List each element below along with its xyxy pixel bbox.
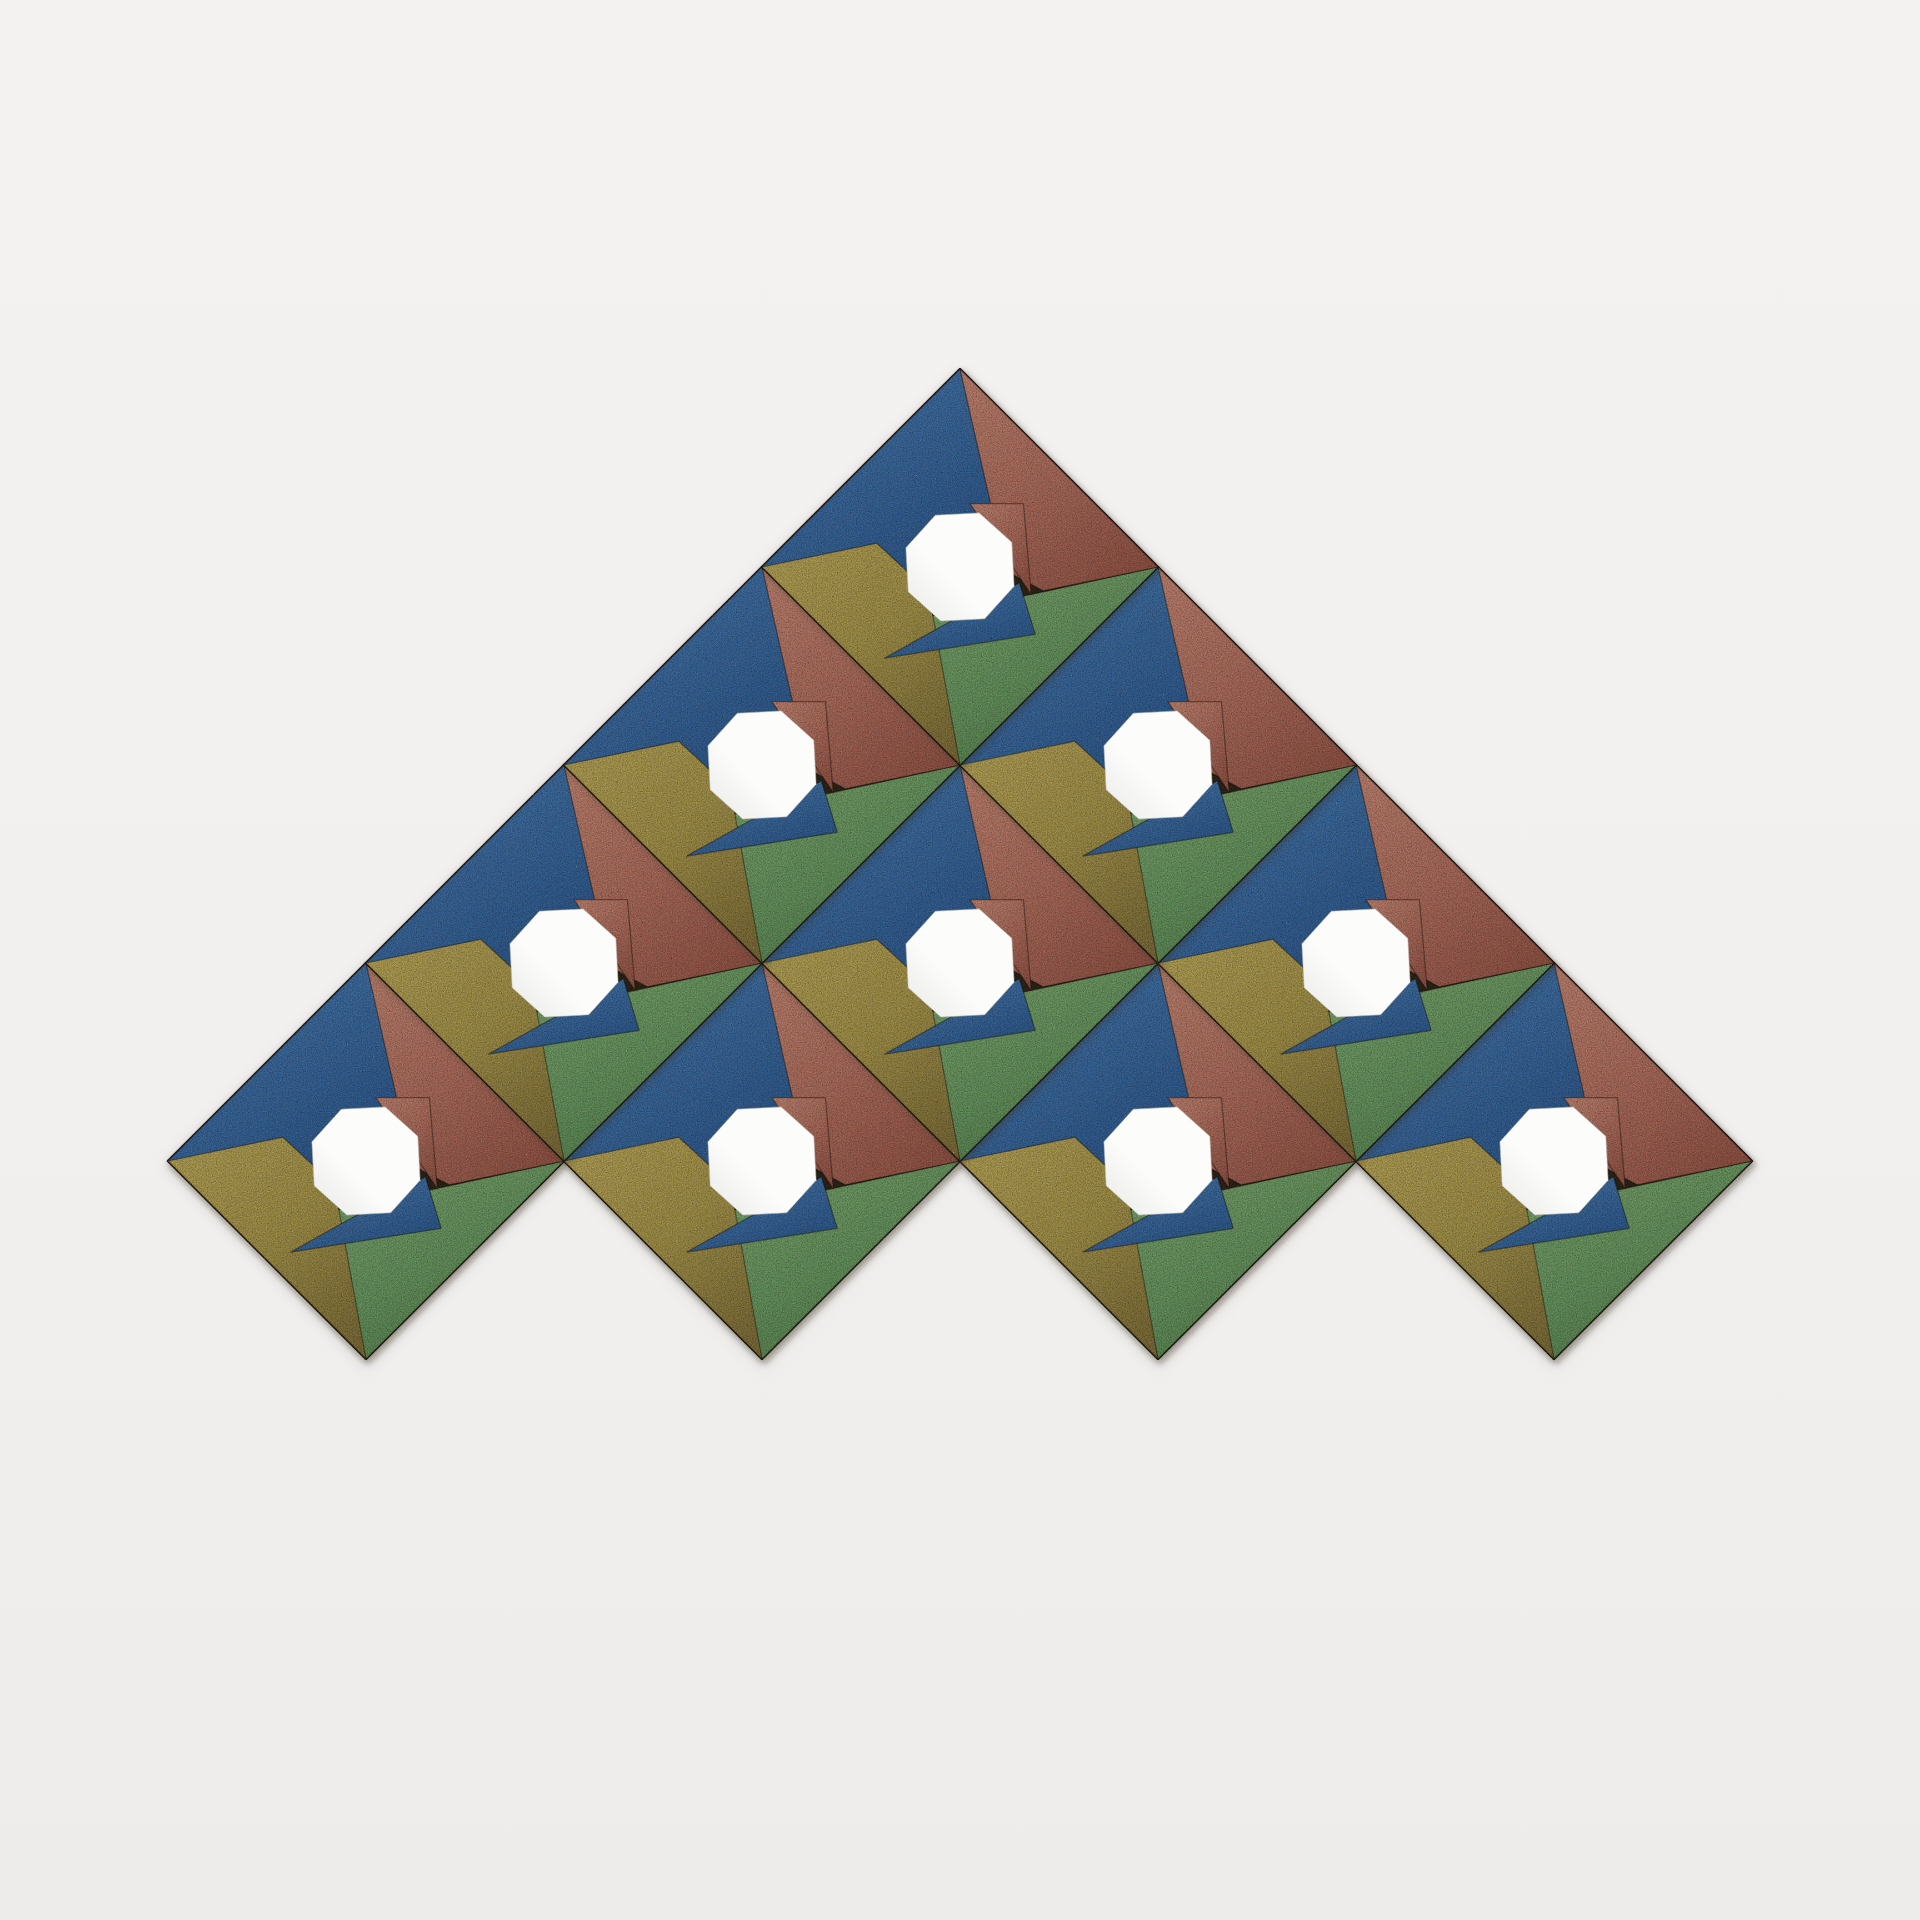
- backdrop: [0, 0, 1920, 1920]
- octagon-hole: [1104, 711, 1212, 819]
- octagon-hole: [1500, 1107, 1608, 1215]
- origami-quilt-photo: [0, 0, 1920, 1920]
- octagon-hole: [906, 513, 1014, 621]
- octagon-hole: [510, 909, 618, 1017]
- octagon-hole: [312, 1107, 420, 1215]
- octagon-hole: [906, 909, 1014, 1017]
- octagon-hole: [1302, 909, 1410, 1017]
- octagon-hole: [708, 1107, 816, 1215]
- octagon-hole: [1104, 1107, 1212, 1215]
- octagon-hole: [708, 711, 816, 819]
